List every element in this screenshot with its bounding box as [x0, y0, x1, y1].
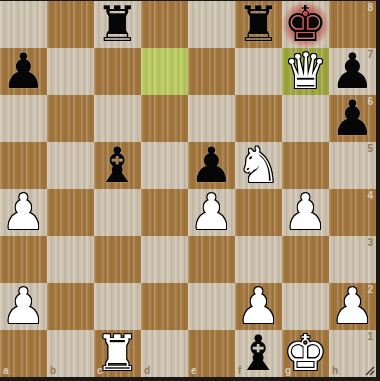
square-b8[interactable] — [47, 1, 94, 48]
square-e2[interactable] — [188, 283, 235, 330]
square-a5[interactable] — [0, 142, 47, 189]
white-queen[interactable]: ♛ — [284, 48, 328, 95]
resize-handle-icon[interactable] — [363, 364, 375, 376]
square-h8[interactable]: 8 — [329, 1, 376, 48]
square-a3[interactable] — [0, 236, 47, 283]
black-rook[interactable]: ♜ — [237, 1, 281, 48]
square-g6[interactable] — [282, 95, 329, 142]
square-h3[interactable]: 3 — [329, 236, 376, 283]
square-c3[interactable] — [94, 236, 141, 283]
square-a6[interactable] — [0, 95, 47, 142]
square-c1[interactable]: ♜c — [94, 330, 141, 377]
file-label-b: b — [50, 365, 56, 376]
rank-label-3: 3 — [367, 237, 373, 248]
square-g4[interactable]: ♟ — [282, 189, 329, 236]
square-f6[interactable] — [235, 95, 282, 142]
square-e3[interactable] — [188, 236, 235, 283]
square-h1[interactable]: 1h — [329, 330, 376, 377]
square-h6[interactable]: ♟6 — [329, 95, 376, 142]
square-e8[interactable] — [188, 1, 235, 48]
square-g8[interactable]: ♚ — [282, 1, 329, 48]
square-d5[interactable] — [141, 142, 188, 189]
square-f1[interactable]: ♝f — [235, 330, 282, 377]
black-pawn[interactable]: ♟ — [190, 142, 234, 189]
square-d3[interactable] — [141, 236, 188, 283]
square-f5[interactable]: ♞ — [235, 142, 282, 189]
square-d1[interactable]: d — [141, 330, 188, 377]
square-c7[interactable] — [94, 48, 141, 95]
square-g5[interactable] — [282, 142, 329, 189]
rank-label-7: 7 — [367, 49, 373, 60]
square-h5[interactable]: 5 — [329, 142, 376, 189]
square-a2[interactable]: ♟ — [0, 283, 47, 330]
square-d4[interactable] — [141, 189, 188, 236]
board-frame: ♜♜♚8♟♛♟7♟6♝♟♞5♟♟♟43♟♟♟2ab♜cde♝f♚g1h — [0, 0, 380, 381]
white-knight[interactable]: ♞ — [237, 142, 281, 189]
square-g1[interactable]: ♚g — [282, 330, 329, 377]
file-label-f: f — [238, 365, 241, 376]
square-c5[interactable]: ♝ — [94, 142, 141, 189]
rank-label-8: 8 — [367, 2, 373, 13]
square-e4[interactable]: ♟ — [188, 189, 235, 236]
square-b1[interactable]: b — [47, 330, 94, 377]
square-h4[interactable]: 4 — [329, 189, 376, 236]
square-f4[interactable] — [235, 189, 282, 236]
square-b4[interactable] — [47, 189, 94, 236]
white-pawn[interactable]: ♟ — [237, 283, 281, 330]
square-c2[interactable] — [94, 283, 141, 330]
square-a1[interactable]: a — [0, 330, 47, 377]
square-f3[interactable] — [235, 236, 282, 283]
square-b2[interactable] — [47, 283, 94, 330]
square-e7[interactable] — [188, 48, 235, 95]
square-a7[interactable]: ♟ — [0, 48, 47, 95]
black-bishop[interactable]: ♝ — [237, 330, 281, 377]
square-f7[interactable] — [235, 48, 282, 95]
square-b5[interactable] — [47, 142, 94, 189]
black-pawn[interactable]: ♟ — [2, 48, 46, 95]
file-label-g: g — [285, 365, 291, 376]
black-bishop[interactable]: ♝ — [96, 142, 140, 189]
square-a8[interactable] — [0, 1, 47, 48]
square-d7[interactable] — [141, 48, 188, 95]
square-h7[interactable]: ♟7 — [329, 48, 376, 95]
file-label-h: h — [332, 365, 338, 376]
square-c4[interactable] — [94, 189, 141, 236]
square-b3[interactable] — [47, 236, 94, 283]
rank-label-4: 4 — [367, 190, 373, 201]
square-h2[interactable]: ♟2 — [329, 283, 376, 330]
white-pawn[interactable]: ♟ — [190, 189, 234, 236]
file-label-e: e — [191, 365, 197, 376]
rank-label-2: 2 — [367, 284, 373, 295]
square-b7[interactable] — [47, 48, 94, 95]
black-rook[interactable]: ♜ — [96, 1, 140, 48]
square-c6[interactable] — [94, 95, 141, 142]
rank-label-6: 6 — [367, 96, 373, 107]
square-e1[interactable]: e — [188, 330, 235, 377]
square-d2[interactable] — [141, 283, 188, 330]
file-label-a: a — [3, 365, 9, 376]
rank-label-5: 5 — [367, 143, 373, 154]
square-e5[interactable]: ♟ — [188, 142, 235, 189]
square-c8[interactable]: ♜ — [94, 1, 141, 48]
rank-label-1: 1 — [367, 331, 373, 342]
file-label-c: c — [97, 365, 103, 376]
square-g2[interactable] — [282, 283, 329, 330]
square-d6[interactable] — [141, 95, 188, 142]
square-f8[interactable]: ♜ — [235, 1, 282, 48]
square-g3[interactable] — [282, 236, 329, 283]
white-pawn[interactable]: ♟ — [284, 189, 328, 236]
square-d8[interactable] — [141, 1, 188, 48]
chess-board: ♜♜♚8♟♛♟7♟6♝♟♞5♟♟♟43♟♟♟2ab♜cde♝f♚g1h — [0, 1, 376, 377]
white-pawn[interactable]: ♟ — [2, 283, 46, 330]
square-g7[interactable]: ♛ — [282, 48, 329, 95]
square-a4[interactable]: ♟ — [0, 189, 47, 236]
file-label-d: d — [144, 365, 150, 376]
black-king[interactable]: ♚ — [284, 1, 328, 48]
square-e6[interactable] — [188, 95, 235, 142]
square-b6[interactable] — [47, 95, 94, 142]
square-f2[interactable]: ♟ — [235, 283, 282, 330]
white-pawn[interactable]: ♟ — [2, 189, 46, 236]
